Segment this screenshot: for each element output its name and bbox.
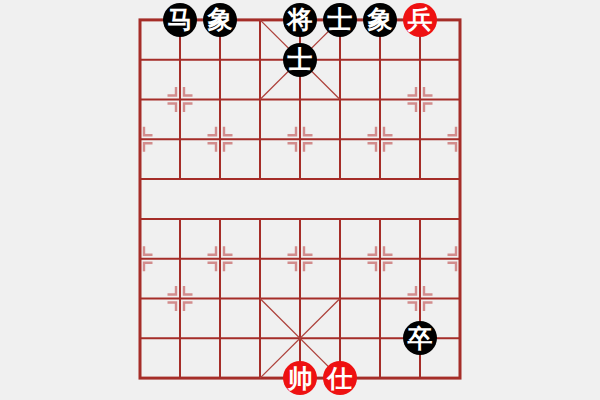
- red-advisor-glyph: 仕: [323, 361, 357, 395]
- red-advisor[interactable]: 仕: [320, 358, 360, 398]
- black-advisor[interactable]: 士: [280, 40, 320, 80]
- black-soldier-glyph: 卒: [403, 321, 437, 355]
- xiangqi-board[interactable]: 马象将士象兵士卒帅仕: [120, 0, 480, 398]
- black-general-glyph: 将: [283, 3, 317, 37]
- black-advisor[interactable]: 士: [320, 0, 360, 40]
- black-horse-glyph: 马: [163, 3, 197, 37]
- red-soldier[interactable]: 兵: [400, 0, 440, 40]
- screenshot-canvas: 马象将士象兵士卒帅仕: [0, 0, 600, 400]
- black-advisor-glyph: 士: [323, 3, 357, 37]
- black-soldier[interactable]: 卒: [400, 318, 440, 358]
- red-general[interactable]: 帅: [280, 358, 320, 398]
- black-general[interactable]: 将: [280, 0, 320, 40]
- black-advisor-glyph: 士: [283, 43, 317, 77]
- black-elephant[interactable]: 象: [200, 0, 240, 40]
- red-soldier-glyph: 兵: [403, 3, 437, 37]
- black-horse[interactable]: 马: [160, 0, 200, 40]
- pieces-layer: 马象将士象兵士卒帅仕: [120, 0, 480, 398]
- red-general-glyph: 帅: [283, 361, 317, 395]
- black-elephant[interactable]: 象: [360, 0, 400, 40]
- black-elephant-glyph: 象: [203, 3, 237, 37]
- black-elephant-glyph: 象: [363, 3, 397, 37]
